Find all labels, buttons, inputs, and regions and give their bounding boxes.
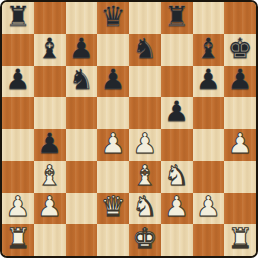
- piece-black-pawn-icon[interactable]: ♟: [101, 66, 126, 94]
- square-g3[interactable]: [193, 161, 225, 193]
- square-h6[interactable]: ♟: [224, 66, 256, 98]
- piece-black-knight-icon[interactable]: ♞: [132, 35, 157, 63]
- piece-black-rook-icon[interactable]: ♜: [164, 3, 189, 31]
- square-f6[interactable]: [161, 66, 193, 98]
- square-f2[interactable]: ♟: [161, 193, 193, 225]
- square-d7[interactable]: [97, 34, 129, 66]
- piece-black-queen-icon[interactable]: ♛: [101, 3, 126, 31]
- square-c8[interactable]: [66, 2, 98, 34]
- square-b4[interactable]: ♟: [34, 129, 66, 161]
- square-g8[interactable]: [193, 2, 225, 34]
- square-d2[interactable]: ♛: [97, 193, 129, 225]
- piece-black-bishop-icon[interactable]: ♝: [196, 35, 221, 63]
- square-h1[interactable]: ♜: [224, 224, 256, 256]
- square-c7[interactable]: ♟: [66, 34, 98, 66]
- square-e1[interactable]: ♚: [129, 224, 161, 256]
- square-f1[interactable]: [161, 224, 193, 256]
- square-g5[interactable]: [193, 97, 225, 129]
- square-d3[interactable]: [97, 161, 129, 193]
- piece-black-pawn-icon[interactable]: ♟: [196, 66, 221, 94]
- piece-white-rook-icon[interactable]: ♜: [5, 225, 30, 253]
- square-g4[interactable]: [193, 129, 225, 161]
- piece-white-king-icon[interactable]: ♚: [132, 225, 157, 253]
- square-c5[interactable]: [66, 97, 98, 129]
- piece-white-bishop-icon[interactable]: ♝: [132, 162, 157, 190]
- square-g6[interactable]: ♟: [193, 66, 225, 98]
- piece-white-knight-icon[interactable]: ♞: [132, 193, 157, 221]
- square-b6[interactable]: [34, 66, 66, 98]
- piece-black-pawn-icon[interactable]: ♟: [37, 130, 62, 158]
- square-g1[interactable]: [193, 224, 225, 256]
- chess-board-frame: ♜♛♜♝♟♞♝♚♟♞♟♟♟♟♟♟♟♟♝♝♞♟♟♛♞♟♟♜♚♜: [0, 0, 258, 258]
- square-e6[interactable]: [129, 66, 161, 98]
- square-f7[interactable]: [161, 34, 193, 66]
- square-h4[interactable]: ♟: [224, 129, 256, 161]
- square-b8[interactable]: [34, 2, 66, 34]
- piece-white-bishop-icon[interactable]: ♝: [37, 162, 62, 190]
- square-f8[interactable]: ♜: [161, 2, 193, 34]
- square-a2[interactable]: ♟: [2, 193, 34, 225]
- piece-black-pawn-icon[interactable]: ♟: [69, 35, 94, 63]
- square-h8[interactable]: [224, 2, 256, 34]
- square-b3[interactable]: ♝: [34, 161, 66, 193]
- square-f3[interactable]: ♞: [161, 161, 193, 193]
- square-a8[interactable]: ♜: [2, 2, 34, 34]
- square-c4[interactable]: [66, 129, 98, 161]
- square-c1[interactable]: [66, 224, 98, 256]
- square-e7[interactable]: ♞: [129, 34, 161, 66]
- piece-white-queen-icon[interactable]: ♛: [101, 193, 126, 221]
- square-d6[interactable]: ♟: [97, 66, 129, 98]
- square-d5[interactable]: [97, 97, 129, 129]
- piece-white-pawn-icon[interactable]: ♟: [228, 130, 253, 158]
- piece-black-king-icon[interactable]: ♚: [228, 35, 253, 63]
- piece-black-pawn-icon[interactable]: ♟: [5, 66, 30, 94]
- piece-white-pawn-icon[interactable]: ♟: [101, 130, 126, 158]
- square-h3[interactable]: [224, 161, 256, 193]
- square-c3[interactable]: [66, 161, 98, 193]
- square-e4[interactable]: ♟: [129, 129, 161, 161]
- square-c6[interactable]: ♞: [66, 66, 98, 98]
- piece-white-pawn-icon[interactable]: ♟: [164, 193, 189, 221]
- square-c2[interactable]: [66, 193, 98, 225]
- square-a5[interactable]: [2, 97, 34, 129]
- piece-white-pawn-icon[interactable]: ♟: [132, 130, 157, 158]
- square-h7[interactable]: ♚: [224, 34, 256, 66]
- square-a7[interactable]: [2, 34, 34, 66]
- square-b1[interactable]: [34, 224, 66, 256]
- square-d8[interactable]: ♛: [97, 2, 129, 34]
- square-d4[interactable]: ♟: [97, 129, 129, 161]
- square-d1[interactable]: [97, 224, 129, 256]
- square-f5[interactable]: ♟: [161, 97, 193, 129]
- square-g7[interactable]: ♝: [193, 34, 225, 66]
- piece-black-pawn-icon[interactable]: ♟: [164, 98, 189, 126]
- piece-black-pawn-icon[interactable]: ♟: [228, 66, 253, 94]
- piece-white-knight-icon[interactable]: ♞: [164, 162, 189, 190]
- square-b7[interactable]: ♝: [34, 34, 66, 66]
- square-g2[interactable]: ♟: [193, 193, 225, 225]
- piece-black-knight-icon[interactable]: ♞: [69, 66, 94, 94]
- square-e2[interactable]: ♞: [129, 193, 161, 225]
- square-a1[interactable]: ♜: [2, 224, 34, 256]
- square-h2[interactable]: [224, 193, 256, 225]
- piece-white-rook-icon[interactable]: ♜: [228, 225, 253, 253]
- square-e5[interactable]: [129, 97, 161, 129]
- square-e8[interactable]: [129, 2, 161, 34]
- square-f4[interactable]: [161, 129, 193, 161]
- square-h5[interactable]: [224, 97, 256, 129]
- square-b2[interactable]: ♟: [34, 193, 66, 225]
- square-a4[interactable]: [2, 129, 34, 161]
- piece-white-pawn-icon[interactable]: ♟: [37, 193, 62, 221]
- square-a3[interactable]: [2, 161, 34, 193]
- piece-white-pawn-icon[interactable]: ♟: [5, 193, 30, 221]
- piece-black-rook-icon[interactable]: ♜: [5, 3, 30, 31]
- square-b5[interactable]: [34, 97, 66, 129]
- piece-white-pawn-icon[interactable]: ♟: [196, 193, 221, 221]
- piece-black-bishop-icon[interactable]: ♝: [37, 35, 62, 63]
- square-a6[interactable]: ♟: [2, 66, 34, 98]
- square-e3[interactable]: ♝: [129, 161, 161, 193]
- board: ♜♛♜♝♟♞♝♚♟♞♟♟♟♟♟♟♟♟♝♝♞♟♟♛♞♟♟♜♚♜: [2, 2, 256, 256]
